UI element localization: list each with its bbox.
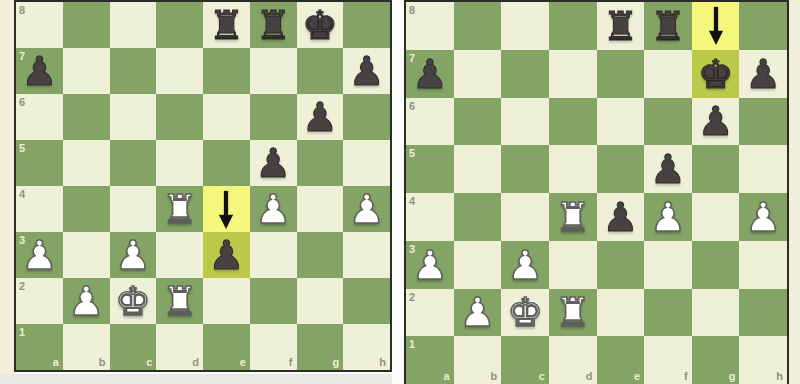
file-label-g: g [729, 371, 736, 382]
square-g2[interactable] [297, 278, 344, 324]
white-pawn[interactable]: ♟ [739, 193, 787, 241]
square-b2[interactable]: ♟ [454, 289, 502, 337]
black-pawn[interactable]: ♟ [16, 48, 63, 94]
square-a4[interactable]: 4 [16, 186, 63, 232]
square-d2[interactable]: ♜ [156, 278, 203, 324]
file-label-a: a [53, 357, 59, 368]
black-pawn[interactable]: ♟ [597, 193, 645, 241]
square-g8[interactable]: ♚ [297, 2, 344, 48]
square-d3[interactable] [549, 241, 597, 289]
rank-label-8: 8 [409, 5, 415, 16]
file-label-d: d [192, 357, 199, 368]
square-f2[interactable] [644, 289, 692, 337]
rank-label-4: 4 [19, 189, 25, 200]
black-king[interactable]: ♚ [692, 50, 740, 98]
square-d6[interactable] [549, 98, 597, 146]
square-f8[interactable]: ♜ [644, 2, 692, 50]
square-a2[interactable]: 2 [16, 278, 63, 324]
file-label-f: f [289, 357, 293, 368]
rank-label-6: 6 [409, 101, 415, 112]
rank-label-1: 1 [19, 327, 25, 338]
black-pawn[interactable]: ♟ [692, 98, 740, 146]
square-g4[interactable] [692, 193, 740, 241]
square-b1[interactable]: b [63, 324, 110, 370]
square-e7[interactable] [203, 48, 250, 94]
square-h2[interactable] [739, 289, 787, 337]
square-f2[interactable] [250, 278, 297, 324]
square-h4[interactable]: ♟ [739, 193, 787, 241]
square-b5[interactable] [63, 140, 110, 186]
square-e2[interactable] [597, 289, 645, 337]
white-rook[interactable]: ♜ [549, 289, 597, 337]
square-a8[interactable]: 8 [16, 2, 63, 48]
square-e4[interactable]: ♟ [597, 193, 645, 241]
square-f4[interactable]: ♟ [250, 186, 297, 232]
black-rook[interactable]: ♜ [203, 2, 250, 48]
file-label-f: f [684, 371, 688, 382]
square-h1[interactable]: h [739, 336, 787, 384]
square-d5[interactable] [156, 140, 203, 186]
square-d4[interactable]: ♜ [156, 186, 203, 232]
square-f6[interactable] [250, 94, 297, 140]
file-label-h: h [776, 371, 783, 382]
white-pawn[interactable]: ♟ [343, 186, 390, 232]
square-d8[interactable] [549, 2, 597, 50]
square-e3[interactable] [597, 241, 645, 289]
last-move-arrow-down [705, 4, 727, 46]
square-e8[interactable]: ♜ [597, 2, 645, 50]
square-e4[interactable] [203, 186, 250, 232]
square-a7[interactable]: 7♟ [406, 50, 454, 98]
square-h8[interactable] [739, 2, 787, 50]
square-f8[interactable]: ♜ [250, 2, 297, 48]
white-pawn[interactable]: ♟ [110, 232, 157, 278]
square-b7[interactable] [63, 48, 110, 94]
square-a4[interactable]: 4 [406, 193, 454, 241]
square-d1[interactable]: d [549, 336, 597, 384]
square-e8[interactable]: ♜ [203, 2, 250, 48]
square-e1[interactable]: e [203, 324, 250, 370]
bottom-margin-strip [0, 374, 392, 384]
square-c8[interactable] [110, 2, 157, 48]
square-h5[interactable] [343, 140, 390, 186]
square-h7[interactable]: ♟ [343, 48, 390, 94]
square-g8[interactable] [692, 2, 740, 50]
square-f5[interactable]: ♟ [250, 140, 297, 186]
black-pawn[interactable]: ♟ [250, 140, 297, 186]
white-pawn[interactable]: ♟ [501, 241, 549, 289]
square-c2[interactable]: ♚ [501, 289, 549, 337]
black-rook[interactable]: ♜ [644, 2, 692, 50]
black-pawn[interactable]: ♟ [297, 94, 344, 140]
file-label-d: d [586, 371, 593, 382]
square-e3[interactable]: ♟ [203, 232, 250, 278]
square-b6[interactable] [454, 98, 502, 146]
square-c3[interactable]: ♟ [501, 241, 549, 289]
square-e6[interactable] [597, 98, 645, 146]
white-pawn[interactable]: ♟ [250, 186, 297, 232]
square-a3[interactable]: 3♟ [406, 241, 454, 289]
square-g7[interactable]: ♚ [692, 50, 740, 98]
square-a3[interactable]: 3♟ [16, 232, 63, 278]
square-b6[interactable] [63, 94, 110, 140]
square-h6[interactable] [739, 98, 787, 146]
black-pawn[interactable]: ♟ [739, 50, 787, 98]
black-pawn[interactable]: ♟ [644, 145, 692, 193]
square-c7[interactable] [110, 48, 157, 94]
rank-label-5: 5 [409, 148, 415, 159]
square-g5[interactable] [297, 140, 344, 186]
square-c4[interactable] [501, 193, 549, 241]
square-e1[interactable]: e [597, 336, 645, 384]
white-rook[interactable]: ♜ [549, 193, 597, 241]
file-label-e: e [634, 371, 640, 382]
square-c6[interactable] [110, 94, 157, 140]
square-b3[interactable] [454, 241, 502, 289]
file-label-c: c [146, 357, 152, 368]
white-king[interactable]: ♚ [110, 278, 157, 324]
square-g6[interactable]: ♟ [692, 98, 740, 146]
file-label-e: e [240, 357, 246, 368]
square-c1[interactable]: c [110, 324, 157, 370]
square-c2[interactable]: ♚ [110, 278, 157, 324]
file-label-h: h [379, 357, 386, 368]
square-e7[interactable] [597, 50, 645, 98]
black-pawn[interactable]: ♟ [203, 232, 250, 278]
square-h8[interactable] [343, 2, 390, 48]
square-a8[interactable]: 8 [406, 2, 454, 50]
file-label-g: g [333, 357, 340, 368]
square-g1[interactable]: g [297, 324, 344, 370]
square-d4[interactable]: ♜ [549, 193, 597, 241]
square-c1[interactable]: c [501, 336, 549, 384]
square-g1[interactable]: g [692, 336, 740, 384]
square-c5[interactable] [110, 140, 157, 186]
square-g4[interactable] [297, 186, 344, 232]
square-d1[interactable]: d [156, 324, 203, 370]
square-h1[interactable]: h [343, 324, 390, 370]
square-b5[interactable] [454, 145, 502, 193]
square-d7[interactable] [549, 50, 597, 98]
white-rook[interactable]: ♜ [156, 278, 203, 324]
square-h3[interactable] [739, 241, 787, 289]
white-pawn[interactable]: ♟ [406, 241, 454, 289]
square-h6[interactable] [343, 94, 390, 140]
square-c5[interactable] [501, 145, 549, 193]
square-a6[interactable]: 6 [406, 98, 454, 146]
square-h5[interactable] [739, 145, 787, 193]
square-g2[interactable] [692, 289, 740, 337]
square-d8[interactable] [156, 2, 203, 48]
square-b4[interactable] [63, 186, 110, 232]
white-pawn[interactable]: ♟ [16, 232, 63, 278]
file-label-b: b [491, 371, 498, 382]
square-c7[interactable] [501, 50, 549, 98]
square-f3[interactable] [644, 241, 692, 289]
black-rook[interactable]: ♜ [250, 2, 297, 48]
square-h2[interactable] [343, 278, 390, 324]
square-e5[interactable] [203, 140, 250, 186]
white-pawn[interactable]: ♟ [454, 289, 502, 337]
square-a5[interactable]: 5 [16, 140, 63, 186]
chessboard-right[interactable]: 8♜♜7♟♚♟6♟5♟4♜♟♟♟3♟♟2♟♚♜1abcdefgh [404, 0, 789, 384]
square-g3[interactable] [297, 232, 344, 278]
square-d3[interactable] [156, 232, 203, 278]
square-a2[interactable]: 2 [406, 289, 454, 337]
square-h4[interactable]: ♟ [343, 186, 390, 232]
square-b8[interactable] [454, 2, 502, 50]
rank-label-5: 5 [19, 143, 25, 154]
square-f7[interactable] [644, 50, 692, 98]
black-pawn[interactable]: ♟ [343, 48, 390, 94]
square-c6[interactable] [501, 98, 549, 146]
square-b8[interactable] [63, 2, 110, 48]
last-move-arrow-down [215, 188, 237, 230]
file-label-c: c [539, 371, 545, 382]
square-a7[interactable]: 7♟ [16, 48, 63, 94]
square-c3[interactable]: ♟ [110, 232, 157, 278]
chessboard-left[interactable]: 8♜♜♚7♟♟6♟5♟4♜♟♟3♟♟♟2♟♚♜1abcdefgh [14, 0, 392, 372]
left-margin-strip [0, 0, 14, 384]
rank-label-2: 2 [19, 281, 25, 292]
square-g5[interactable] [692, 145, 740, 193]
white-rook[interactable]: ♜ [156, 186, 203, 232]
square-b7[interactable] [454, 50, 502, 98]
square-g6[interactable]: ♟ [297, 94, 344, 140]
square-b1[interactable]: b [454, 336, 502, 384]
black-pawn[interactable]: ♟ [406, 50, 454, 98]
square-c4[interactable] [110, 186, 157, 232]
square-g7[interactable] [297, 48, 344, 94]
square-e6[interactable] [203, 94, 250, 140]
square-b3[interactable] [63, 232, 110, 278]
file-label-a: a [444, 371, 450, 382]
square-a1[interactable]: 1a [16, 324, 63, 370]
square-b2[interactable]: ♟ [63, 278, 110, 324]
square-f7[interactable] [250, 48, 297, 94]
square-c8[interactable] [501, 2, 549, 50]
square-d2[interactable]: ♜ [549, 289, 597, 337]
square-h7[interactable]: ♟ [739, 50, 787, 98]
square-a5[interactable]: 5 [406, 145, 454, 193]
white-king[interactable]: ♚ [501, 289, 549, 337]
black-rook[interactable]: ♜ [597, 2, 645, 50]
white-pawn[interactable]: ♟ [63, 278, 110, 324]
rank-label-1: 1 [409, 339, 415, 350]
file-label-b: b [99, 357, 106, 368]
square-h3[interactable] [343, 232, 390, 278]
square-f1[interactable]: f [250, 324, 297, 370]
square-d6[interactable] [156, 94, 203, 140]
square-f1[interactable]: f [644, 336, 692, 384]
rank-label-4: 4 [409, 196, 415, 207]
square-d7[interactable] [156, 48, 203, 94]
square-d5[interactable] [549, 145, 597, 193]
rank-label-2: 2 [409, 292, 415, 303]
right-margin-strip [789, 0, 800, 384]
black-king[interactable]: ♚ [297, 2, 344, 48]
square-a6[interactable]: 6 [16, 94, 63, 140]
square-e5[interactable] [597, 145, 645, 193]
square-b4[interactable] [454, 193, 502, 241]
white-pawn[interactable]: ♟ [644, 193, 692, 241]
square-f4[interactable]: ♟ [644, 193, 692, 241]
rank-label-8: 8 [19, 5, 25, 16]
rank-label-6: 6 [19, 97, 25, 108]
square-f5[interactable]: ♟ [644, 145, 692, 193]
square-e2[interactable] [203, 278, 250, 324]
square-a1[interactable]: 1a [406, 336, 454, 384]
square-g3[interactable] [692, 241, 740, 289]
square-f3[interactable] [250, 232, 297, 278]
square-f6[interactable] [644, 98, 692, 146]
